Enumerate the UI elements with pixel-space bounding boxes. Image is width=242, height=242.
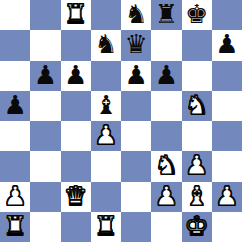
square-f8[interactable]: ♜ [151,0,181,30]
white-pawn-piece[interactable]: ♟ [215,183,238,209]
square-c8[interactable]: ♜ [61,0,91,30]
square-g7[interactable] [182,30,212,60]
white-knight-piece[interactable]: ♞ [155,152,178,178]
square-a8[interactable] [0,0,30,30]
square-e1[interactable] [121,212,151,242]
square-e8[interactable]: ♞ [121,0,151,30]
white-pawn-piece[interactable]: ♟ [3,183,26,209]
square-e6[interactable]: ♟ [121,61,151,91]
square-h3[interactable] [212,151,242,181]
square-c7[interactable] [61,30,91,60]
square-d4[interactable]: ♟ [91,121,121,151]
square-d1[interactable]: ♜ [91,212,121,242]
square-e7[interactable]: ♛ [121,30,151,60]
square-b7[interactable] [30,30,60,60]
white-queen-piece[interactable]: ♛ [64,183,87,209]
black-pawn-piece[interactable]: ♟ [3,92,26,118]
square-d8[interactable] [91,0,121,30]
square-f6[interactable]: ♟ [151,61,181,91]
square-h2[interactable]: ♟ [212,182,242,212]
square-e4[interactable] [121,121,151,151]
square-f4[interactable] [151,121,181,151]
white-bishop-piece[interactable]: ♝ [185,183,208,209]
square-d7[interactable]: ♞ [91,30,121,60]
white-rook-piece[interactable]: ♜ [3,213,26,239]
black-pawn-piece[interactable]: ♟ [34,62,57,88]
square-e3[interactable] [121,151,151,181]
square-b6[interactable]: ♟ [30,61,60,91]
square-b2[interactable] [30,182,60,212]
square-f5[interactable] [151,91,181,121]
square-g8[interactable]: ♚ [182,0,212,30]
square-d5[interactable]: ♝ [91,91,121,121]
white-rook-piece[interactable]: ♜ [94,213,117,239]
square-e2[interactable] [121,182,151,212]
square-b1[interactable] [30,212,60,242]
black-knight-piece[interactable]: ♞ [94,31,117,57]
square-g5[interactable]: ♞ [182,91,212,121]
black-queen-piece[interactable]: ♛ [124,31,147,57]
black-pawn-piece[interactable]: ♟ [215,31,238,57]
white-knight-piece[interactable]: ♞ [185,92,208,118]
black-bishop-piece[interactable]: ♝ [94,92,117,118]
black-pawn-piece[interactable]: ♟ [155,62,178,88]
square-c1[interactable] [61,212,91,242]
black-knight-piece[interactable]: ♞ [124,1,147,27]
square-e5[interactable] [121,91,151,121]
square-c2[interactable]: ♛ [61,182,91,212]
square-b4[interactable] [30,121,60,151]
white-pawn-piece[interactable]: ♟ [155,183,178,209]
black-rook-piece[interactable]: ♜ [155,1,178,27]
white-pawn-piece[interactable]: ♟ [185,152,208,178]
square-g4[interactable] [182,121,212,151]
square-g2[interactable]: ♝ [182,182,212,212]
white-pawn-piece[interactable]: ♟ [94,122,117,148]
square-a2[interactable]: ♟ [0,182,30,212]
square-f2[interactable]: ♟ [151,182,181,212]
square-g1[interactable]: ♚ [182,212,212,242]
square-h6[interactable] [212,61,242,91]
square-g3[interactable]: ♟ [182,151,212,181]
square-d2[interactable] [91,182,121,212]
square-a3[interactable] [0,151,30,181]
square-b5[interactable] [30,91,60,121]
square-h8[interactable] [212,0,242,30]
square-c6[interactable]: ♟ [61,61,91,91]
square-d6[interactable] [91,61,121,91]
square-d3[interactable] [91,151,121,181]
square-h1[interactable] [212,212,242,242]
square-a7[interactable] [0,30,30,60]
square-f3[interactable]: ♞ [151,151,181,181]
square-b3[interactable] [30,151,60,181]
square-c5[interactable] [61,91,91,121]
square-f7[interactable] [151,30,181,60]
black-pawn-piece[interactable]: ♟ [64,62,87,88]
square-a6[interactable] [0,61,30,91]
square-a4[interactable] [0,121,30,151]
square-b8[interactable] [30,0,60,30]
white-king-piece[interactable]: ♚ [185,213,208,239]
square-c3[interactable] [61,151,91,181]
black-king-piece[interactable]: ♚ [185,1,208,27]
black-pawn-piece[interactable]: ♟ [124,62,147,88]
square-h7[interactable]: ♟ [212,30,242,60]
square-f1[interactable] [151,212,181,242]
chess-board: ♜♞♜♚♞♛♟♟♟♟♟♟♝♞♟♞♟♟♛♟♝♟♜♜♚ [0,0,242,242]
square-c4[interactable] [61,121,91,151]
white-rook-piece[interactable]: ♜ [64,1,87,27]
square-a1[interactable]: ♜ [0,212,30,242]
square-a5[interactable]: ♟ [0,91,30,121]
square-h4[interactable] [212,121,242,151]
square-g6[interactable] [182,61,212,91]
square-h5[interactable] [212,91,242,121]
